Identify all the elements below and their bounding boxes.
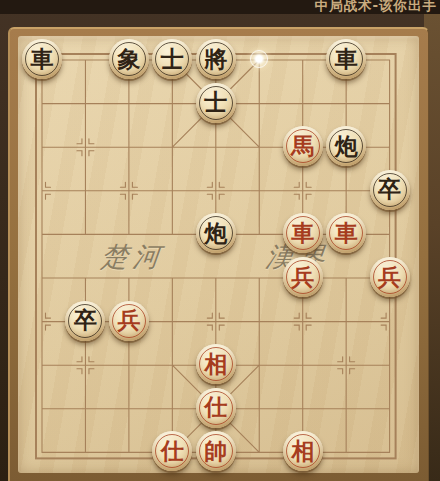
piece-red-advisor[interactable]: 仕: [152, 431, 192, 471]
piece-glyph: 兵: [291, 265, 314, 288]
piece-black-chariot[interactable]: 車: [326, 39, 366, 79]
piece-black-advisor[interactable]: 士: [152, 39, 192, 79]
piece-black-elephant[interactable]: 象: [109, 39, 149, 79]
piece-glyph: 車: [31, 47, 54, 70]
piece-glyph: 炮: [335, 134, 358, 157]
piece-glyph: 兵: [117, 308, 140, 331]
piece-glyph: 車: [291, 221, 314, 244]
xiangqi-app: 中局战术-该你出手 楚河 漢界 車象士將車士馬炮卒炮車車兵兵卒兵相仕仕帥相: [0, 0, 440, 481]
piece-red-soldier[interactable]: 兵: [109, 301, 149, 341]
piece-black-advisor[interactable]: 士: [196, 83, 236, 123]
header-bar: 中局战术-该你出手: [0, 0, 440, 14]
piece-glyph: 將: [204, 47, 227, 70]
piece-red-chariot[interactable]: 車: [283, 213, 323, 253]
piece-glyph: 仕: [204, 395, 227, 418]
piece-black-cannon[interactable]: 炮: [326, 126, 366, 166]
pieces-layer: 車象士將車士馬炮卒炮車車兵兵卒兵相仕仕帥相: [0, 0, 440, 481]
piece-red-soldier[interactable]: 兵: [370, 257, 410, 297]
piece-glyph: 車: [335, 47, 358, 70]
piece-red-elephant[interactable]: 相: [196, 344, 236, 384]
piece-red-general[interactable]: 帥: [196, 431, 236, 471]
piece-glyph: 士: [161, 47, 184, 70]
piece-black-soldier[interactable]: 卒: [370, 170, 410, 210]
piece-black-cannon[interactable]: 炮: [196, 213, 236, 253]
piece-red-advisor[interactable]: 仕: [196, 388, 236, 428]
piece-black-general[interactable]: 將: [196, 39, 236, 79]
piece-glyph: 兵: [378, 265, 401, 288]
piece-black-chariot[interactable]: 車: [22, 39, 62, 79]
piece-glyph: 車: [335, 221, 358, 244]
piece-red-elephant[interactable]: 相: [283, 431, 323, 471]
last-move-sparkle: [245, 45, 273, 73]
piece-glyph: 帥: [204, 439, 227, 462]
piece-glyph: 馬: [291, 134, 314, 157]
piece-red-chariot[interactable]: 車: [326, 213, 366, 253]
piece-glyph: 卒: [74, 308, 97, 331]
mode-title: 中局战术-该你出手: [314, 0, 437, 14]
piece-glyph: 相: [291, 439, 314, 462]
piece-red-horse[interactable]: 馬: [283, 126, 323, 166]
piece-glyph: 卒: [378, 177, 401, 200]
piece-glyph: 象: [117, 47, 140, 70]
piece-glyph: 炮: [204, 221, 227, 244]
piece-black-soldier[interactable]: 卒: [65, 301, 105, 341]
piece-glyph: 相: [204, 352, 227, 375]
piece-red-soldier[interactable]: 兵: [283, 257, 323, 297]
piece-glyph: 仕: [161, 439, 184, 462]
piece-glyph: 士: [204, 90, 227, 113]
